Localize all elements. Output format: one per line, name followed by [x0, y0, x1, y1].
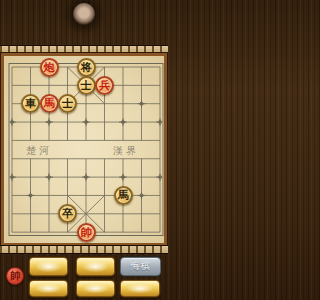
piece-black-chariot[interactable]: 車: [21, 94, 40, 113]
piece-red-soldier[interactable]: 兵: [95, 76, 114, 95]
piece-red-general[interactable]: 帥: [77, 223, 96, 242]
menu-button-1[interactable]: [29, 257, 68, 276]
piece-black-soldier[interactable]: 卒: [58, 204, 77, 223]
menu-button-3[interactable]: [29, 280, 68, 297]
undo-button[interactable]: 悔棋: [120, 257, 161, 276]
piece-black-general[interactable]: 将: [77, 58, 96, 77]
board-edge-strip-bottom: [0, 246, 168, 253]
pieces-layer: 炮将士兵車馬士馬卒帥: [0, 0, 168, 300]
piece-black-advisor[interactable]: 士: [77, 76, 96, 95]
player-side-badge: 帥: [6, 267, 24, 285]
menu-button-5[interactable]: [120, 280, 160, 297]
piece-black-advisor[interactable]: 士: [58, 94, 77, 113]
menu-button-2[interactable]: [76, 257, 115, 276]
piece-red-cannon[interactable]: 炮: [40, 58, 59, 77]
piece-red-horse[interactable]: 馬: [40, 94, 59, 113]
piece-black-horse[interactable]: 馬: [114, 186, 133, 205]
menu-button-4[interactable]: [76, 280, 115, 297]
